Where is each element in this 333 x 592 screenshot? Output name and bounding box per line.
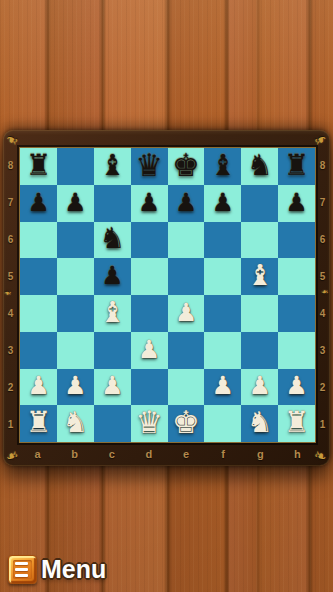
white-king-e1[interactable]: ♚ — [172, 407, 200, 438]
black-queen-d8[interactable]: ♛ — [135, 150, 163, 181]
square-c3[interactable] — [94, 332, 131, 369]
square-f2[interactable]: ♟ — [204, 369, 241, 406]
rank-label-8: 8 — [4, 147, 17, 184]
square-e4[interactable]: ♟ — [168, 295, 205, 332]
rank-label-7: 7 — [4, 184, 17, 221]
square-e5[interactable] — [168, 258, 205, 295]
square-h3[interactable] — [278, 332, 315, 369]
white-knight-b1[interactable]: ♞ — [62, 408, 88, 437]
file-label-g: g — [242, 443, 279, 464]
square-b8[interactable] — [57, 148, 94, 185]
square-a8[interactable]: ♜ — [20, 148, 57, 185]
chess-board[interactable]: ♜♝♛♚♝♞♜♟♟♟♟♟♟♞♟♝♝♟♟♟♟♟♟♟♟♜♞♛♚♞♜ — [19, 147, 316, 443]
black-pawn-b7[interactable]: ♟ — [64, 190, 86, 215]
rank-label-5: 5 — [4, 258, 17, 295]
file-label-f: f — [205, 443, 242, 464]
square-a1[interactable]: ♜ — [20, 405, 57, 442]
hamburger-menu-icon[interactable] — [8, 555, 37, 584]
corner-ornament-top-right: ❧ — [312, 130, 329, 148]
square-f1[interactable] — [204, 405, 241, 442]
square-c1[interactable] — [94, 405, 131, 442]
rank-label-3: 3 — [4, 332, 17, 369]
square-h6[interactable] — [278, 222, 315, 259]
square-d4[interactable] — [131, 295, 168, 332]
square-g1[interactable]: ♞ — [241, 405, 278, 442]
square-h1[interactable]: ♜ — [278, 405, 315, 442]
black-king-e8[interactable]: ♚ — [172, 150, 200, 181]
square-b6[interactable] — [57, 222, 94, 259]
square-g6[interactable] — [241, 222, 278, 259]
square-b2[interactable]: ♟ — [57, 369, 94, 406]
hamburger-bar — [15, 574, 28, 577]
rank-label-4: 4 — [4, 295, 17, 332]
square-g4[interactable] — [241, 295, 278, 332]
black-pawn-d7[interactable]: ♟ — [138, 190, 160, 215]
square-e6[interactable] — [168, 222, 205, 259]
white-bishop-g5[interactable]: ♝ — [247, 261, 273, 290]
square-c2[interactable]: ♟ — [94, 369, 131, 406]
white-pawn-f2[interactable]: ♟ — [212, 373, 234, 398]
square-f3[interactable] — [204, 332, 241, 369]
rank-label-6: 6 — [4, 221, 17, 258]
square-f4[interactable] — [204, 295, 241, 332]
square-g8[interactable]: ♞ — [241, 148, 278, 185]
square-d6[interactable] — [131, 222, 168, 259]
black-rook-h8[interactable]: ♜ — [284, 151, 310, 180]
file-labels-bottom: abcdefgh — [19, 443, 316, 464]
square-c7[interactable] — [94, 185, 131, 222]
square-a3[interactable] — [20, 332, 57, 369]
rank-label-4: 4 — [316, 295, 329, 332]
square-e2[interactable] — [168, 369, 205, 406]
white-pawn-e4[interactable]: ♟ — [175, 300, 197, 325]
square-e8[interactable]: ♚ — [168, 148, 205, 185]
square-a6[interactable] — [20, 222, 57, 259]
square-h8[interactable]: ♜ — [278, 148, 315, 185]
square-c5[interactable]: ♟ — [94, 258, 131, 295]
corner-ornament-top-left: ❧ — [4, 130, 21, 148]
square-e3[interactable] — [168, 332, 205, 369]
square-d3[interactable]: ♟ — [131, 332, 168, 369]
white-bishop-c4[interactable]: ♝ — [99, 298, 125, 327]
square-b4[interactable] — [57, 295, 94, 332]
file-label-c: c — [93, 443, 130, 464]
black-knight-c6[interactable]: ♞ — [99, 224, 125, 253]
rank-label-8: 8 — [316, 147, 329, 184]
file-label-e: e — [168, 443, 205, 464]
rank-label-6: 6 — [316, 221, 329, 258]
rank-label-1: 1 — [4, 406, 17, 443]
white-rook-a1[interactable]: ♜ — [25, 408, 51, 437]
black-pawn-c5[interactable]: ♟ — [101, 263, 123, 288]
square-b1[interactable]: ♞ — [57, 405, 94, 442]
square-g3[interactable] — [241, 332, 278, 369]
square-a5[interactable] — [20, 258, 57, 295]
white-pawn-g2[interactable]: ♟ — [248, 373, 270, 398]
rank-label-3: 3 — [316, 332, 329, 369]
square-e1[interactable]: ♚ — [168, 405, 205, 442]
rank-label-5: 5 — [316, 258, 329, 295]
rank-labels-right: 87654321 — [316, 147, 329, 443]
file-label-b: b — [56, 443, 93, 464]
square-d8[interactable]: ♛ — [131, 148, 168, 185]
square-b3[interactable] — [57, 332, 94, 369]
square-a4[interactable] — [20, 295, 57, 332]
square-h2[interactable]: ♟ — [278, 369, 315, 406]
square-a2[interactable]: ♟ — [20, 369, 57, 406]
square-g7[interactable] — [241, 185, 278, 222]
square-b7[interactable]: ♟ — [57, 185, 94, 222]
square-f6[interactable] — [204, 222, 241, 259]
square-d7[interactable]: ♟ — [131, 185, 168, 222]
white-pawn-h2[interactable]: ♟ — [285, 373, 307, 398]
square-c8[interactable]: ♝ — [94, 148, 131, 185]
rank-label-2: 2 — [316, 369, 329, 406]
square-d5[interactable] — [131, 258, 168, 295]
black-rook-a8[interactable]: ♜ — [25, 151, 51, 180]
square-f5[interactable] — [204, 258, 241, 295]
square-g2[interactable]: ♟ — [241, 369, 278, 406]
menu-button[interactable]: Menu — [8, 553, 106, 586]
square-d1[interactable]: ♛ — [131, 405, 168, 442]
hamburger-menu-icon-face — [13, 560, 32, 579]
white-pawn-d3[interactable]: ♟ — [138, 337, 160, 362]
white-pawn-c2[interactable]: ♟ — [101, 373, 123, 398]
file-label-d: d — [130, 443, 167, 464]
black-bishop-c8[interactable]: ♝ — [99, 151, 125, 180]
rank-label-2: 2 — [4, 369, 17, 406]
file-label-a: a — [19, 443, 56, 464]
square-b5[interactable] — [57, 258, 94, 295]
square-c4[interactable]: ♝ — [94, 295, 131, 332]
white-rook-h1[interactable]: ♜ — [284, 408, 310, 437]
square-e7[interactable]: ♟ — [168, 185, 205, 222]
square-f8[interactable]: ♝ — [204, 148, 241, 185]
square-f7[interactable]: ♟ — [204, 185, 241, 222]
white-queen-d1[interactable]: ♛ — [135, 407, 163, 438]
square-c6[interactable]: ♞ — [94, 222, 131, 259]
square-h5[interactable] — [278, 258, 315, 295]
square-h7[interactable]: ♟ — [278, 185, 315, 222]
white-knight-g1[interactable]: ♞ — [247, 408, 273, 437]
menu-button-label[interactable]: Menu — [41, 555, 106, 584]
square-a7[interactable]: ♟ — [20, 185, 57, 222]
file-label-h: h — [279, 443, 316, 464]
black-pawn-e7[interactable]: ♟ — [175, 190, 197, 215]
black-pawn-h7[interactable]: ♟ — [285, 190, 307, 215]
hamburger-bar — [15, 562, 28, 565]
black-knight-g8[interactable]: ♞ — [247, 151, 273, 180]
chess-board-frame: ❧ ❧ ❧ ❧ ❧ ❧ 87654321 87654321 abcdefgh ♜… — [3, 130, 330, 466]
square-h4[interactable] — [278, 295, 315, 332]
black-pawn-a7[interactable]: ♟ — [27, 190, 49, 215]
square-g5[interactable]: ♝ — [241, 258, 278, 295]
rank-label-1: 1 — [316, 406, 329, 443]
square-d2[interactable] — [131, 369, 168, 406]
black-bishop-f8[interactable]: ♝ — [210, 151, 236, 180]
white-pawn-a2[interactable]: ♟ — [27, 373, 49, 398]
black-pawn-f7[interactable]: ♟ — [212, 190, 234, 215]
white-pawn-b2[interactable]: ♟ — [64, 373, 86, 398]
rank-label-7: 7 — [316, 184, 329, 221]
rank-labels-left: 87654321 — [4, 147, 17, 443]
hamburger-bar — [15, 568, 28, 571]
